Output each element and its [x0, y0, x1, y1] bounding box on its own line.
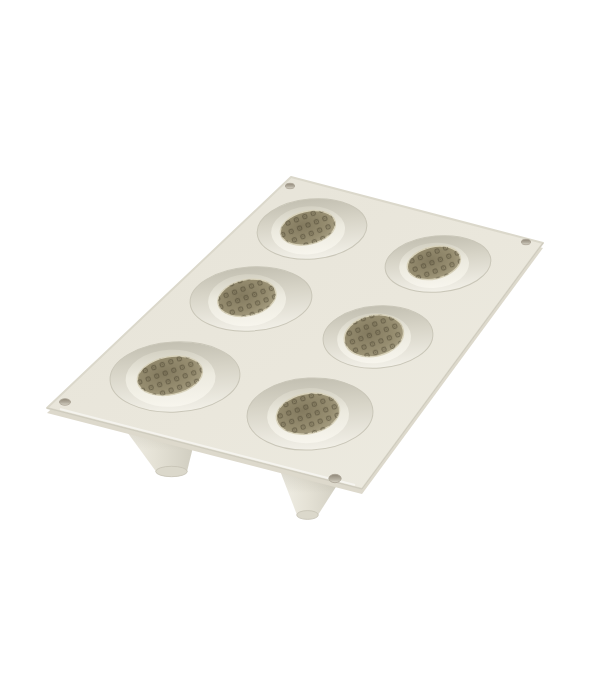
- cone-foot-center-tip: [297, 511, 319, 520]
- corner-hole-left: [59, 399, 70, 406]
- corner-hole-bottom: [329, 474, 341, 482]
- product-photo: Cream-colored six-cavity silicone baking…: [0, 0, 600, 700]
- silicone-mold-illustration: Cream-colored six-cavity silicone baking…: [0, 0, 600, 700]
- corner-hole-right: [521, 239, 530, 244]
- cone-foot-left-tip: [156, 466, 188, 476]
- corner-hole-top: [285, 183, 294, 188]
